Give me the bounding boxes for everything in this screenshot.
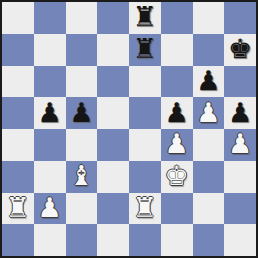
white-pawn[interactable]: ♟ [196, 99, 220, 126]
square-a4[interactable] [2, 129, 34, 161]
square-e2[interactable]: ♜ [129, 193, 161, 225]
square-g6[interactable]: ♟ [193, 66, 225, 98]
square-e5[interactable] [129, 97, 161, 129]
square-h1[interactable] [224, 224, 256, 256]
square-d4[interactable] [97, 129, 129, 161]
square-c1[interactable] [66, 224, 98, 256]
square-g4[interactable] [193, 129, 225, 161]
square-d6[interactable] [97, 66, 129, 98]
square-d8[interactable] [97, 2, 129, 34]
white-bishop[interactable]: ♝ [69, 162, 93, 189]
square-g3[interactable] [193, 161, 225, 193]
square-f7[interactable] [161, 34, 193, 66]
square-h4[interactable]: ♟ [224, 129, 256, 161]
black-pawn[interactable]: ♟ [228, 99, 252, 126]
square-h7[interactable]: ♚ [224, 34, 256, 66]
square-g2[interactable] [193, 193, 225, 225]
square-a8[interactable] [2, 2, 34, 34]
black-pawn[interactable]: ♟ [165, 99, 189, 126]
square-f4[interactable]: ♟ [161, 129, 193, 161]
square-f2[interactable] [161, 193, 193, 225]
square-c4[interactable] [66, 129, 98, 161]
square-f1[interactable] [161, 224, 193, 256]
square-b6[interactable] [34, 66, 66, 98]
white-pawn[interactable]: ♟ [228, 130, 252, 157]
square-b7[interactable] [34, 34, 66, 66]
square-e8[interactable]: ♜ [129, 2, 161, 34]
square-h2[interactable] [224, 193, 256, 225]
white-king[interactable]: ♚ [165, 162, 189, 189]
square-a1[interactable] [2, 224, 34, 256]
square-c7[interactable] [66, 34, 98, 66]
black-king[interactable]: ♚ [228, 35, 252, 62]
square-g5[interactable]: ♟ [193, 97, 225, 129]
black-pawn[interactable]: ♟ [196, 67, 220, 94]
square-f6[interactable] [161, 66, 193, 98]
square-h5[interactable]: ♟ [224, 97, 256, 129]
square-d3[interactable] [97, 161, 129, 193]
square-g7[interactable] [193, 34, 225, 66]
square-b3[interactable] [34, 161, 66, 193]
black-pawn[interactable]: ♟ [69, 99, 93, 126]
square-c2[interactable] [66, 193, 98, 225]
chess-board: ♜♜♚♟♟♟♟♟♟♟♟♝♚♜♟♜ [0, 0, 258, 258]
square-h3[interactable] [224, 161, 256, 193]
square-e6[interactable] [129, 66, 161, 98]
square-b8[interactable] [34, 2, 66, 34]
square-f8[interactable] [161, 2, 193, 34]
square-a5[interactable] [2, 97, 34, 129]
square-e4[interactable] [129, 129, 161, 161]
square-e7[interactable]: ♜ [129, 34, 161, 66]
square-d7[interactable] [97, 34, 129, 66]
square-a6[interactable] [2, 66, 34, 98]
white-rook[interactable]: ♜ [133, 194, 157, 221]
square-b2[interactable]: ♟ [34, 193, 66, 225]
square-f5[interactable]: ♟ [161, 97, 193, 129]
square-c3[interactable]: ♝ [66, 161, 98, 193]
square-d2[interactable] [97, 193, 129, 225]
black-rook[interactable]: ♜ [133, 3, 157, 30]
black-rook[interactable]: ♜ [133, 35, 157, 62]
square-e1[interactable] [129, 224, 161, 256]
square-c8[interactable] [66, 2, 98, 34]
square-c6[interactable] [66, 66, 98, 98]
square-b5[interactable]: ♟ [34, 97, 66, 129]
white-rook[interactable]: ♜ [6, 194, 30, 221]
black-pawn[interactable]: ♟ [38, 99, 62, 126]
white-pawn[interactable]: ♟ [38, 194, 62, 221]
square-a3[interactable] [2, 161, 34, 193]
square-d5[interactable] [97, 97, 129, 129]
square-g8[interactable] [193, 2, 225, 34]
square-h8[interactable] [224, 2, 256, 34]
square-g1[interactable] [193, 224, 225, 256]
square-b4[interactable] [34, 129, 66, 161]
square-a7[interactable] [2, 34, 34, 66]
square-b1[interactable] [34, 224, 66, 256]
square-c5[interactable]: ♟ [66, 97, 98, 129]
square-e3[interactable] [129, 161, 161, 193]
square-h6[interactable] [224, 66, 256, 98]
square-a2[interactable]: ♜ [2, 193, 34, 225]
square-d1[interactable] [97, 224, 129, 256]
square-f3[interactable]: ♚ [161, 161, 193, 193]
white-pawn[interactable]: ♟ [165, 130, 189, 157]
